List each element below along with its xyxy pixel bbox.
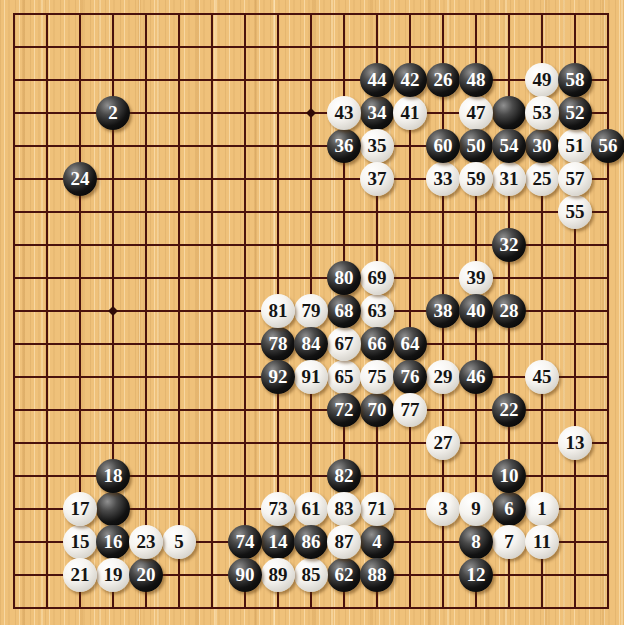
white-stone[interactable]: 47 (459, 96, 493, 130)
move-number: 12 (467, 565, 486, 584)
black-stone[interactable]: 12 (459, 558, 493, 592)
move-number: 91 (302, 367, 321, 386)
move-number: 41 (401, 103, 420, 122)
black-stone[interactable]: 62 (327, 558, 361, 592)
move-number: 74 (236, 532, 255, 551)
move-number: 3 (438, 499, 448, 518)
white-stone[interactable]: 23 (129, 525, 163, 559)
move-number: 69 (368, 268, 387, 287)
black-stone[interactable]: 56 (591, 129, 624, 163)
black-stone[interactable]: 46 (459, 360, 493, 394)
move-number: 61 (302, 499, 321, 518)
move-number: 27 (434, 433, 453, 452)
white-stone[interactable]: 79 (294, 294, 328, 328)
move-number: 23 (137, 532, 156, 551)
move-number: 56 (599, 136, 618, 155)
black-stone[interactable]: 26 (426, 63, 460, 97)
white-stone[interactable]: 43 (327, 96, 361, 130)
white-stone[interactable]: 61 (294, 492, 328, 526)
black-stone[interactable]: 76 (393, 360, 427, 394)
move-number: 32 (500, 235, 519, 254)
move-number: 29 (434, 367, 453, 386)
move-number: 8 (471, 532, 481, 551)
move-number: 65 (335, 367, 354, 386)
stones: 1234567891011121314151617181920212223242… (0, 0, 624, 625)
black-stone[interactable]: 80 (327, 261, 361, 295)
move-number: 5 (174, 532, 184, 551)
white-stone[interactable]: 65 (327, 360, 361, 394)
black-stone[interactable]: 60 (426, 129, 460, 163)
move-number: 79 (302, 301, 321, 320)
black-stone[interactable]: 6 (492, 492, 526, 526)
white-stone[interactable]: 41 (393, 96, 427, 130)
black-stone[interactable]: 24 (63, 162, 97, 196)
white-stone[interactable]: 39 (459, 261, 493, 295)
move-number: 46 (467, 367, 486, 386)
white-stone[interactable]: 87 (327, 525, 361, 559)
white-stone[interactable]: 57 (558, 162, 592, 196)
black-stone[interactable]: 50 (459, 129, 493, 163)
move-number: 57 (566, 169, 585, 188)
move-number: 28 (500, 301, 519, 320)
white-stone[interactable]: 11 (525, 525, 559, 559)
black-stone[interactable]: 84 (294, 327, 328, 361)
white-stone[interactable]: 15 (63, 525, 97, 559)
move-number: 50 (467, 136, 486, 155)
black-stone[interactable]: 8 (459, 525, 493, 559)
move-number: 70 (368, 400, 387, 419)
black-stone[interactable]: 20 (129, 558, 163, 592)
white-stone[interactable]: 19 (96, 558, 130, 592)
white-stone[interactable]: 49 (525, 63, 559, 97)
move-number: 60 (434, 136, 453, 155)
move-number: 49 (533, 70, 552, 89)
move-number: 92 (269, 367, 288, 386)
white-stone[interactable]: 69 (360, 261, 394, 295)
black-stone[interactable]: 34 (360, 96, 394, 130)
move-number: 45 (533, 367, 552, 386)
move-number: 82 (335, 466, 354, 485)
move-number: 22 (500, 400, 519, 419)
move-number: 21 (71, 565, 90, 584)
move-number: 72 (335, 400, 354, 419)
move-number: 81 (269, 301, 288, 320)
black-stone[interactable]: 4 (360, 525, 394, 559)
move-number: 9 (471, 499, 481, 518)
black-stone[interactable]: 14 (261, 525, 295, 559)
white-stone[interactable]: 89 (261, 558, 295, 592)
move-number: 1 (537, 499, 547, 518)
white-stone[interactable]: 5 (162, 525, 196, 559)
white-stone[interactable]: 83 (327, 492, 361, 526)
move-number: 47 (467, 103, 486, 122)
move-number: 24 (71, 169, 90, 188)
black-stone[interactable]: 22 (492, 393, 526, 427)
move-number: 40 (467, 301, 486, 320)
white-stone[interactable]: 75 (360, 360, 394, 394)
black-stone[interactable]: 90 (228, 558, 262, 592)
move-number: 37 (368, 169, 387, 188)
move-number: 84 (302, 334, 321, 353)
move-number: 15 (71, 532, 90, 551)
move-number: 16 (104, 532, 123, 551)
black-stone[interactable]: 2 (96, 96, 130, 130)
move-number: 6 (504, 499, 514, 518)
move-number: 63 (368, 301, 387, 320)
black-stone[interactable]: 82 (327, 459, 361, 493)
white-stone[interactable]: 51 (558, 129, 592, 163)
move-number: 13 (566, 433, 585, 452)
white-stone[interactable]: 63 (360, 294, 394, 328)
white-stone[interactable]: 17 (63, 492, 97, 526)
move-number: 25 (533, 169, 552, 188)
move-number: 59 (467, 169, 486, 188)
move-number: 11 (533, 532, 551, 551)
move-number: 66 (368, 334, 387, 353)
move-number: 7 (504, 532, 514, 551)
black-stone[interactable]: 66 (360, 327, 394, 361)
black-stone[interactable]: 88 (360, 558, 394, 592)
go-board[interactable]: 1234567891011121314151617181920212223242… (0, 0, 624, 625)
black-stone[interactable]: 38 (426, 294, 460, 328)
white-stone[interactable]: 53 (525, 96, 559, 130)
move-number: 86 (302, 532, 321, 551)
move-number: 43 (335, 103, 354, 122)
move-number: 88 (368, 565, 387, 584)
black-stone[interactable]: 36 (327, 129, 361, 163)
move-number: 89 (269, 565, 288, 584)
black-stone[interactable]: 16 (96, 525, 130, 559)
move-number: 67 (335, 334, 354, 353)
move-number: 73 (269, 499, 288, 518)
black-stone[interactable]: 10 (492, 459, 526, 493)
white-stone[interactable]: 77 (393, 393, 427, 427)
white-stone[interactable]: 7 (492, 525, 526, 559)
white-stone[interactable]: 59 (459, 162, 493, 196)
move-number: 14 (269, 532, 288, 551)
move-number: 38 (434, 301, 453, 320)
black-stone[interactable]: 42 (393, 63, 427, 97)
black-stone[interactable]: 92 (261, 360, 295, 394)
move-number: 78 (269, 334, 288, 353)
move-number: 35 (368, 136, 387, 155)
move-number: 33 (434, 169, 453, 188)
white-stone[interactable]: 3 (426, 492, 460, 526)
black-stone[interactable]: 86 (294, 525, 328, 559)
white-stone[interactable]: 13 (558, 426, 592, 460)
move-number: 90 (236, 565, 255, 584)
black-stone[interactable]: 68 (327, 294, 361, 328)
move-number: 2 (108, 103, 118, 122)
black-stone[interactable]: 72 (327, 393, 361, 427)
white-stone[interactable]: 29 (426, 360, 460, 394)
white-stone[interactable]: 27 (426, 426, 460, 460)
move-number: 51 (566, 136, 585, 155)
move-number: 64 (401, 334, 420, 353)
white-stone[interactable]: 25 (525, 162, 559, 196)
move-number: 71 (368, 499, 387, 518)
white-stone[interactable]: 35 (360, 129, 394, 163)
move-number: 53 (533, 103, 552, 122)
white-stone[interactable]: 55 (558, 195, 592, 229)
black-stone[interactable] (492, 96, 526, 130)
white-stone[interactable]: 31 (492, 162, 526, 196)
white-stone[interactable]: 9 (459, 492, 493, 526)
white-stone[interactable]: 33 (426, 162, 460, 196)
black-stone[interactable]: 30 (525, 129, 559, 163)
move-number: 87 (335, 532, 354, 551)
move-number: 4 (372, 532, 382, 551)
move-number: 77 (401, 400, 420, 419)
black-stone[interactable]: 28 (492, 294, 526, 328)
move-number: 75 (368, 367, 387, 386)
black-stone[interactable]: 52 (558, 96, 592, 130)
black-stone[interactable]: 44 (360, 63, 394, 97)
move-number: 42 (401, 70, 420, 89)
black-stone[interactable]: 32 (492, 228, 526, 262)
move-number: 19 (104, 565, 123, 584)
move-number: 10 (500, 466, 519, 485)
move-number: 83 (335, 499, 354, 518)
move-number: 58 (566, 70, 585, 89)
move-number: 80 (335, 268, 354, 287)
black-stone[interactable]: 70 (360, 393, 394, 427)
black-stone[interactable]: 58 (558, 63, 592, 97)
black-stone[interactable]: 78 (261, 327, 295, 361)
white-stone[interactable]: 37 (360, 162, 394, 196)
white-stone[interactable]: 1 (525, 492, 559, 526)
black-stone[interactable] (96, 492, 130, 526)
move-number: 85 (302, 565, 321, 584)
move-number: 62 (335, 565, 354, 584)
black-stone[interactable]: 54 (492, 129, 526, 163)
move-number: 36 (335, 136, 354, 155)
move-number: 44 (368, 70, 387, 89)
move-number: 31 (500, 169, 519, 188)
black-stone[interactable]: 64 (393, 327, 427, 361)
move-number: 34 (368, 103, 387, 122)
white-stone[interactable]: 91 (294, 360, 328, 394)
white-stone[interactable]: 85 (294, 558, 328, 592)
black-stone[interactable]: 18 (96, 459, 130, 493)
white-stone[interactable]: 45 (525, 360, 559, 394)
white-stone[interactable]: 71 (360, 492, 394, 526)
black-stone[interactable]: 48 (459, 63, 493, 97)
move-number: 18 (104, 466, 123, 485)
move-number: 39 (467, 268, 486, 287)
move-number: 68 (335, 301, 354, 320)
move-number: 17 (71, 499, 90, 518)
move-number: 26 (434, 70, 453, 89)
black-stone[interactable]: 40 (459, 294, 493, 328)
white-stone[interactable]: 73 (261, 492, 295, 526)
move-number: 20 (137, 565, 156, 584)
white-stone[interactable]: 21 (63, 558, 97, 592)
move-number: 76 (401, 367, 420, 386)
move-number: 30 (533, 136, 552, 155)
white-stone[interactable]: 67 (327, 327, 361, 361)
move-number: 52 (566, 103, 585, 122)
move-number: 48 (467, 70, 486, 89)
move-number: 54 (500, 136, 519, 155)
move-number: 55 (566, 202, 585, 221)
white-stone[interactable]: 81 (261, 294, 295, 328)
black-stone[interactable]: 74 (228, 525, 262, 559)
